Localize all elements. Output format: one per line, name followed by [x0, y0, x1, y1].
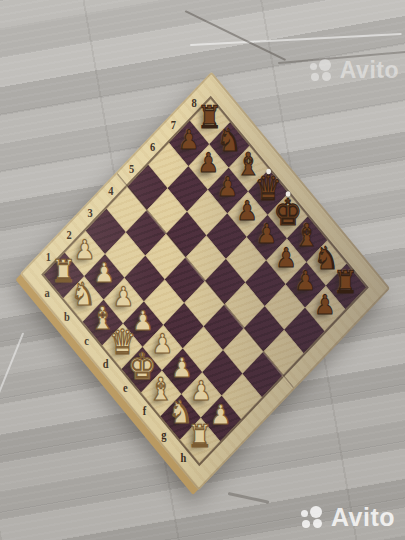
file-label-text: a: [45, 287, 50, 300]
piece-black-pawn-e7: ♟: [256, 220, 277, 247]
file-label-text: d: [103, 357, 109, 370]
piece-white-pawn-g2: ♟: [191, 377, 212, 404]
piece-black-pawn-g7: ♟: [295, 267, 316, 294]
piece-white-rook-h1: ♜: [188, 421, 213, 452]
avito-wordmark: Avito: [340, 57, 399, 84]
piece-black-pawn-h7: ♟: [314, 291, 335, 318]
piece-white-pawn-c2: ♟: [113, 283, 134, 310]
rank-label-text: 1: [46, 250, 51, 263]
floor-crack-bottom: [228, 492, 270, 504]
file-label-text: h: [180, 452, 186, 465]
piece-white-pawn-a2: ♟: [74, 236, 95, 263]
file-label-text: f: [143, 405, 146, 418]
piece-white-pawn-h2: ♟: [210, 401, 231, 428]
avito-watermark-top-right: Avito: [310, 57, 399, 84]
piece-black-rook-h8: ♜: [334, 267, 359, 298]
floor-seam-top-left: [185, 10, 287, 61]
rank-label-text: 6: [150, 140, 155, 153]
file-label-text: g: [161, 428, 166, 441]
floor-scratch-left: [0, 332, 24, 394]
chess-board: ♜♞♝♛♚♝♞♜♟♟♟♟♟♟♟♟♟♟♟♟♟♟♟♟♜♞♝♛♚♝♞♜ abcdefg…: [20, 71, 391, 490]
avito-wordmark: Avito: [331, 503, 395, 532]
rank-label-text: 5: [129, 162, 134, 175]
rank-label-text: 2: [67, 228, 72, 241]
file-label-text: c: [84, 334, 89, 347]
piece-white-pawn-f2: ♟: [171, 354, 192, 381]
rank-label-text: 4: [108, 184, 113, 197]
piece-black-pawn-c7: ♟: [217, 173, 238, 200]
avito-watermark-bottom-right: Avito: [301, 503, 395, 532]
rank-label-text: 3: [88, 206, 93, 219]
piece-white-pawn-b2: ♟: [94, 259, 115, 286]
piece-black-pawn-a7: ♟: [178, 126, 199, 153]
floor-scratch-top: [190, 33, 402, 46]
piece-black-pawn-f7: ♟: [276, 244, 297, 271]
piece-black-pawn-b7: ♟: [198, 149, 219, 176]
avito-logo-icon: [310, 59, 334, 83]
file-label-text: b: [64, 310, 70, 323]
photo-scene: ♜♞♝♛♚♝♞♜♟♟♟♟♟♟♟♟♟♟♟♟♟♟♟♟♜♞♝♛♚♝♞♜ abcdefg…: [0, 0, 405, 540]
avito-logo-icon: [301, 506, 325, 530]
piece-black-pawn-d7: ♟: [237, 196, 258, 223]
rank-label-text: 7: [171, 118, 176, 131]
rank-label-text: 8: [192, 96, 197, 109]
